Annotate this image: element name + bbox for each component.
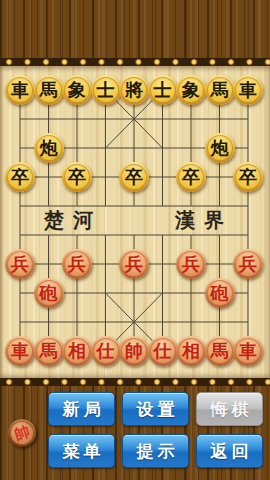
board-piece-black-卒[interactable]: 卒 [62, 162, 92, 192]
piece-label: 卒 [178, 164, 204, 190]
board-piece-red-兵[interactable]: 兵 [5, 249, 35, 279]
board-piece-red-仕[interactable]: 仕 [148, 336, 178, 366]
piece-label: 車 [235, 77, 261, 103]
new-game-button[interactable]: 新局 [48, 392, 115, 426]
piece-label: 象 [178, 77, 204, 103]
piece-label: 馬 [36, 338, 62, 364]
piece-label: 相 [178, 338, 204, 364]
bottom-control-panel: 帥 新局 设置 悔棋 菜单 提示 返回 [0, 386, 270, 480]
piece-label: 兵 [178, 251, 204, 277]
board-piece-red-車[interactable]: 車 [5, 336, 35, 366]
board-piece-red-相[interactable]: 相 [176, 336, 206, 366]
board-piece-black-卒[interactable]: 卒 [119, 162, 149, 192]
piece-label: 車 [235, 338, 261, 364]
river-label-han: 漢界 [171, 207, 233, 234]
board-piece-black-卒[interactable]: 卒 [176, 162, 206, 192]
piece-label: 車 [7, 338, 33, 364]
piece-label: 砲 [207, 280, 233, 306]
piece-label: 象 [64, 77, 90, 103]
board-piece-black-卒[interactable]: 卒 [233, 162, 263, 192]
piece-label: 卒 [121, 164, 147, 190]
board-piece-red-仕[interactable]: 仕 [91, 336, 121, 366]
piece-label: 兵 [7, 251, 33, 277]
back-button[interactable]: 返回 [196, 434, 263, 468]
board-piece-black-車[interactable]: 車 [5, 75, 35, 105]
bottom-nail-strip [0, 378, 270, 386]
turn-indicator-label: 帥 [7, 418, 37, 448]
piece-label: 馬 [207, 338, 233, 364]
piece-label: 車 [7, 77, 33, 103]
piece-label: 卒 [7, 164, 33, 190]
board-piece-red-砲[interactable]: 砲 [34, 278, 64, 308]
piece-label: 砲 [36, 280, 62, 306]
top-wood-frame [0, 0, 270, 58]
piece-label: 兵 [121, 251, 147, 277]
board-piece-red-帥[interactable]: 帥 [119, 336, 149, 366]
piece-label: 馬 [207, 77, 233, 103]
board-piece-red-車[interactable]: 車 [233, 336, 263, 366]
board-piece-black-車[interactable]: 車 [233, 75, 263, 105]
piece-label: 仕 [150, 338, 176, 364]
xiangqi-board[interactable]: 楚河 漢界 車馬象士將士象馬車炮炮卒卒卒卒卒兵兵兵兵兵砲砲車馬相仕帥仕相馬車 [0, 66, 270, 378]
piece-label: 帥 [121, 338, 147, 364]
undo-button[interactable]: 悔棋 [196, 392, 263, 426]
board-piece-black-將[interactable]: 將 [119, 75, 149, 105]
piece-label: 馬 [36, 77, 62, 103]
turn-indicator-piece: 帥 [4, 415, 39, 450]
piece-label: 兵 [235, 251, 261, 277]
board-piece-black-卒[interactable]: 卒 [5, 162, 35, 192]
hint-button[interactable]: 提示 [122, 434, 189, 468]
board-piece-red-相[interactable]: 相 [62, 336, 92, 366]
board-piece-red-兵[interactable]: 兵 [62, 249, 92, 279]
top-nail-strip [0, 58, 270, 66]
board-piece-red-砲[interactable]: 砲 [205, 278, 235, 308]
board-piece-black-馬[interactable]: 馬 [34, 75, 64, 105]
board-piece-red-兵[interactable]: 兵 [119, 249, 149, 279]
piece-label: 卒 [235, 164, 261, 190]
piece-label: 相 [64, 338, 90, 364]
board-piece-black-象[interactable]: 象 [176, 75, 206, 105]
settings-button[interactable]: 设置 [122, 392, 189, 426]
board-piece-black-炮[interactable]: 炮 [205, 133, 235, 163]
piece-label: 仕 [93, 338, 119, 364]
river-label-chu: 楚河 [40, 207, 102, 234]
board-piece-red-馬[interactable]: 馬 [205, 336, 235, 366]
piece-label: 將 [121, 77, 147, 103]
board-piece-black-馬[interactable]: 馬 [205, 75, 235, 105]
board-piece-black-象[interactable]: 象 [62, 75, 92, 105]
board-piece-black-炮[interactable]: 炮 [34, 133, 64, 163]
piece-label: 士 [150, 77, 176, 103]
menu-button[interactable]: 菜单 [48, 434, 115, 468]
board-piece-red-兵[interactable]: 兵 [233, 249, 263, 279]
board-piece-black-士[interactable]: 士 [91, 75, 121, 105]
board-piece-red-馬[interactable]: 馬 [34, 336, 64, 366]
board-piece-black-士[interactable]: 士 [148, 75, 178, 105]
piece-label: 卒 [64, 164, 90, 190]
piece-label: 士 [93, 77, 119, 103]
piece-label: 炮 [36, 135, 62, 161]
piece-label: 兵 [64, 251, 90, 277]
xiangqi-app: 楚河 漢界 車馬象士將士象馬車炮炮卒卒卒卒卒兵兵兵兵兵砲砲車馬相仕帥仕相馬車 帥… [0, 0, 270, 480]
piece-label: 炮 [207, 135, 233, 161]
board-piece-red-兵[interactable]: 兵 [176, 249, 206, 279]
